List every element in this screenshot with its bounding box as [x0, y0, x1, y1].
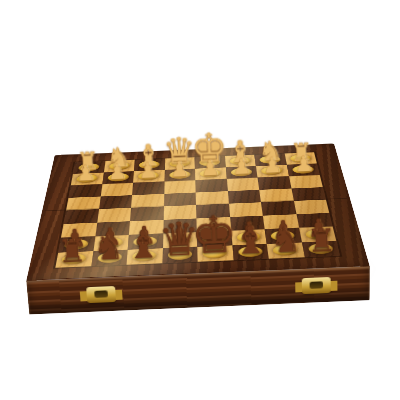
square-c8[interactable]: ♝: [127, 248, 163, 265]
piece-white-pawn[interactable]: ♟: [107, 162, 127, 184]
piece-white-pawn[interactable]: ♟: [294, 154, 314, 176]
piece-white-pawn[interactable]: ♟: [232, 156, 252, 178]
piece-black-knight[interactable]: ♞: [92, 230, 124, 266]
chess-board-grid: ♜♞♝♛♚♝♞♜♟♟♟♟♟♟♟♟♟♟♟♟♟♟♟♟♜♞♝♛♚♝♞♜: [55, 152, 340, 267]
piece-white-pawn[interactable]: ♟: [200, 158, 220, 180]
piece-black-bishop[interactable]: ♝: [232, 220, 268, 259]
square-g8[interactable]: ♞: [267, 242, 305, 259]
square-b3[interactable]: [100, 183, 133, 197]
scene-3d: ♜♞♝♛♚♝♞♜♟♟♟♟♟♟♟♟♟♟♟♟♟♟♟♟♜♞♝♛♚♝♞♜: [0, 0, 400, 400]
square-h8[interactable]: ♜: [301, 241, 340, 258]
square-a8[interactable]: ♜: [55, 251, 93, 268]
piece-black-bishop[interactable]: ♝: [126, 225, 162, 264]
chess-board[interactable]: ♜♞♝♛♚♝♞♜♟♟♟♟♟♟♟♟♟♟♟♟♟♟♟♟♜♞♝♛♚♝♞♜: [26, 143, 369, 280]
board-front-edge: [26, 266, 369, 314]
piece-black-king[interactable]: ♚: [191, 209, 238, 261]
brass-clasp-right: [302, 277, 331, 294]
square-b8[interactable]: ♞: [91, 250, 128, 267]
piece-black-rook[interactable]: ♜: [307, 225, 336, 257]
product-photo-canvas: ♜♞♝♛♚♝♞♜♟♟♟♟♟♟♟♟♟♟♟♟♟♟♟♟♜♞♝♛♚♝♞♜: [0, 0, 400, 400]
square-c3[interactable]: [132, 181, 164, 195]
piece-white-pawn[interactable]: ♟: [138, 160, 158, 182]
square-f3[interactable]: [226, 178, 259, 191]
piece-white-pawn[interactable]: ♟: [169, 159, 189, 181]
square-h3[interactable]: [289, 175, 323, 188]
piece-black-rook[interactable]: ♜: [58, 235, 87, 267]
square-g3[interactable]: [258, 176, 291, 189]
brass-clasp-left: [86, 286, 116, 303]
piece-black-knight[interactable]: ♞: [270, 222, 302, 258]
square-e8[interactable]: ♚: [197, 245, 233, 262]
piece-white-pawn[interactable]: ♟: [263, 155, 283, 177]
square-f8[interactable]: ♝: [232, 244, 269, 261]
square-d3[interactable]: [164, 180, 196, 193]
piece-white-pawn[interactable]: ♟: [76, 163, 96, 185]
